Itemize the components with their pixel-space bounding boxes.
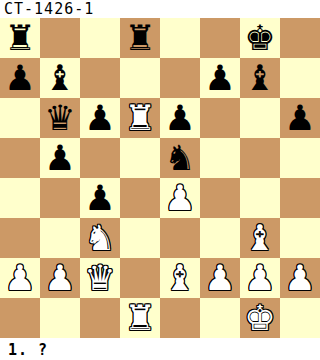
- square-e8[interactable]: [160, 18, 200, 58]
- white-bishop[interactable]: ♝: [240, 218, 280, 258]
- square-b3[interactable]: [40, 218, 80, 258]
- square-f6[interactable]: [200, 98, 240, 138]
- square-d5[interactable]: [120, 138, 160, 178]
- square-b8[interactable]: [40, 18, 80, 58]
- square-a2[interactable]: ♟: [0, 258, 40, 298]
- square-g8[interactable]: ♚: [240, 18, 280, 58]
- puzzle-title: CT-1426-1: [0, 0, 320, 18]
- square-e2[interactable]: ♝: [160, 258, 200, 298]
- square-d7[interactable]: [120, 58, 160, 98]
- square-b5[interactable]: ♟: [40, 138, 80, 178]
- square-f5[interactable]: [200, 138, 240, 178]
- square-f1[interactable]: [200, 298, 240, 338]
- white-rook[interactable]: ♜: [120, 98, 160, 138]
- square-f2[interactable]: ♟: [200, 258, 240, 298]
- square-f3[interactable]: [200, 218, 240, 258]
- square-a7[interactable]: ♟: [0, 58, 40, 98]
- move-prompt: 1. ?: [0, 338, 320, 360]
- black-knight[interactable]: ♞: [160, 138, 200, 178]
- square-c2[interactable]: ♛: [80, 258, 120, 298]
- square-b2[interactable]: ♟: [40, 258, 80, 298]
- square-a5[interactable]: [0, 138, 40, 178]
- square-c8[interactable]: [80, 18, 120, 58]
- black-pawn[interactable]: ♟: [280, 98, 320, 138]
- square-e3[interactable]: [160, 218, 200, 258]
- square-f8[interactable]: [200, 18, 240, 58]
- white-rook[interactable]: ♜: [120, 298, 160, 338]
- square-h5[interactable]: [280, 138, 320, 178]
- white-knight[interactable]: ♞: [80, 218, 120, 258]
- square-d1[interactable]: ♜: [120, 298, 160, 338]
- black-bishop[interactable]: ♝: [40, 58, 80, 98]
- square-g4[interactable]: [240, 178, 280, 218]
- black-queen[interactable]: ♛: [40, 98, 80, 138]
- square-d8[interactable]: ♜: [120, 18, 160, 58]
- square-c7[interactable]: [80, 58, 120, 98]
- black-pawn[interactable]: ♟: [160, 98, 200, 138]
- square-g2[interactable]: ♟: [240, 258, 280, 298]
- black-pawn[interactable]: ♟: [80, 178, 120, 218]
- square-b6[interactable]: ♛: [40, 98, 80, 138]
- square-e4[interactable]: ♟: [160, 178, 200, 218]
- black-king[interactable]: ♚: [240, 18, 280, 58]
- square-d2[interactable]: [120, 258, 160, 298]
- square-a6[interactable]: [0, 98, 40, 138]
- square-f7[interactable]: ♟: [200, 58, 240, 98]
- square-a8[interactable]: ♜: [0, 18, 40, 58]
- white-pawn[interactable]: ♟: [200, 258, 240, 298]
- square-g7[interactable]: ♝: [240, 58, 280, 98]
- square-d4[interactable]: [120, 178, 160, 218]
- square-a3[interactable]: [0, 218, 40, 258]
- square-c1[interactable]: [80, 298, 120, 338]
- chess-board[interactable]: ♜♜♚♟♝♟♝♛♟♜♟♟♟♞♟♟♞♝♟♟♛♝♟♟♟♜♚: [0, 18, 320, 338]
- square-h4[interactable]: [280, 178, 320, 218]
- black-bishop[interactable]: ♝: [240, 58, 280, 98]
- black-pawn[interactable]: ♟: [40, 138, 80, 178]
- square-h6[interactable]: ♟: [280, 98, 320, 138]
- black-rook[interactable]: ♜: [120, 18, 160, 58]
- square-f4[interactable]: [200, 178, 240, 218]
- white-pawn[interactable]: ♟: [40, 258, 80, 298]
- white-queen[interactable]: ♛: [80, 258, 120, 298]
- square-c5[interactable]: [80, 138, 120, 178]
- white-pawn[interactable]: ♟: [240, 258, 280, 298]
- square-h7[interactable]: [280, 58, 320, 98]
- white-pawn[interactable]: ♟: [160, 178, 200, 218]
- white-pawn[interactable]: ♟: [280, 258, 320, 298]
- square-c6[interactable]: ♟: [80, 98, 120, 138]
- square-b4[interactable]: [40, 178, 80, 218]
- square-g3[interactable]: ♝: [240, 218, 280, 258]
- square-g5[interactable]: [240, 138, 280, 178]
- square-e5[interactable]: ♞: [160, 138, 200, 178]
- black-pawn[interactable]: ♟: [200, 58, 240, 98]
- square-a4[interactable]: [0, 178, 40, 218]
- square-d3[interactable]: [120, 218, 160, 258]
- square-h8[interactable]: [280, 18, 320, 58]
- square-g1[interactable]: ♚: [240, 298, 280, 338]
- square-h1[interactable]: [280, 298, 320, 338]
- square-b7[interactable]: ♝: [40, 58, 80, 98]
- square-g6[interactable]: [240, 98, 280, 138]
- square-d6[interactable]: ♜: [120, 98, 160, 138]
- square-a1[interactable]: [0, 298, 40, 338]
- white-bishop[interactable]: ♝: [160, 258, 200, 298]
- black-pawn[interactable]: ♟: [80, 98, 120, 138]
- square-h2[interactable]: ♟: [280, 258, 320, 298]
- square-e6[interactable]: ♟: [160, 98, 200, 138]
- white-pawn[interactable]: ♟: [0, 258, 40, 298]
- black-rook[interactable]: ♜: [0, 18, 40, 58]
- chess-puzzle-page: CT-1426-1 ♜♜♚♟♝♟♝♛♟♜♟♟♟♞♟♟♞♝♟♟♛♝♟♟♟♜♚ 1.…: [0, 0, 320, 360]
- square-e7[interactable]: [160, 58, 200, 98]
- square-c3[interactable]: ♞: [80, 218, 120, 258]
- square-h3[interactable]: [280, 218, 320, 258]
- white-king[interactable]: ♚: [240, 298, 280, 338]
- black-pawn[interactable]: ♟: [0, 58, 40, 98]
- square-b1[interactable]: [40, 298, 80, 338]
- square-c4[interactable]: ♟: [80, 178, 120, 218]
- square-e1[interactable]: [160, 298, 200, 338]
